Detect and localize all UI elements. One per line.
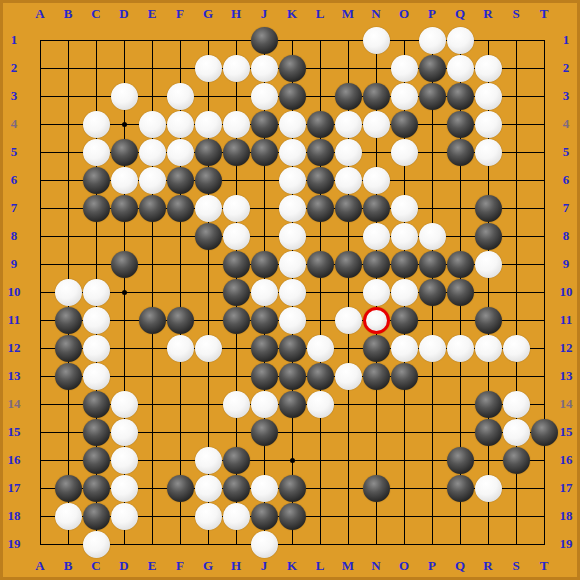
stone-black-o9[interactable] [391, 251, 418, 278]
stone-black-m9[interactable] [335, 251, 362, 278]
stone-black-h10[interactable] [223, 279, 250, 306]
stone-white-c19[interactable] [83, 531, 110, 558]
stone-black-l9[interactable] [307, 251, 334, 278]
stone-white-c11[interactable] [83, 307, 110, 334]
stone-black-f17[interactable] [167, 475, 194, 502]
stone-white-c5[interactable] [83, 139, 110, 166]
stone-white-g17[interactable] [195, 475, 222, 502]
stone-black-b12[interactable] [55, 335, 82, 362]
stone-layer [26, 26, 558, 558]
stone-white-f5[interactable] [167, 139, 194, 166]
row-label-1: 1 [0, 26, 28, 54]
stone-black-c6[interactable] [83, 167, 110, 194]
stone-black-f7[interactable] [167, 195, 194, 222]
stone-black-p10[interactable] [419, 279, 446, 306]
row-label-4: 4 [0, 110, 28, 138]
stone-black-l13[interactable] [307, 363, 334, 390]
stone-white-j10[interactable] [251, 279, 278, 306]
stone-white-o3[interactable] [391, 83, 418, 110]
column-label-d: D [110, 0, 138, 28]
stone-white-n10[interactable] [363, 279, 390, 306]
stone-black-n13[interactable] [363, 363, 390, 390]
stone-white-k11[interactable] [279, 307, 306, 334]
stone-white-e4[interactable] [139, 111, 166, 138]
stone-white-d15[interactable] [111, 419, 138, 446]
stone-white-n1[interactable] [363, 27, 390, 54]
stone-white-o10[interactable] [391, 279, 418, 306]
row-label-12: 12 [0, 334, 28, 362]
stone-white-q12[interactable] [447, 335, 474, 362]
stone-black-n3[interactable] [363, 83, 390, 110]
stone-white-c4[interactable] [83, 111, 110, 138]
stone-white-j2[interactable] [251, 55, 278, 82]
stone-white-r17[interactable] [475, 475, 502, 502]
column-label-t: T [530, 0, 558, 28]
stone-white-k5[interactable] [279, 139, 306, 166]
column-label-e: E [138, 0, 166, 28]
stone-black-q10[interactable] [447, 279, 474, 306]
stone-white-d18[interactable] [111, 503, 138, 530]
stone-white-l14[interactable] [307, 391, 334, 418]
stone-white-g16[interactable] [195, 447, 222, 474]
stone-black-e11[interactable] [139, 307, 166, 334]
stone-black-m3[interactable] [335, 83, 362, 110]
stone-white-k9[interactable] [279, 251, 306, 278]
stone-black-p2[interactable] [419, 55, 446, 82]
stone-black-k14[interactable] [279, 391, 306, 418]
stone-black-p9[interactable] [419, 251, 446, 278]
stone-black-h9[interactable] [223, 251, 250, 278]
stone-black-q4[interactable] [447, 111, 474, 138]
stone-black-l6[interactable] [307, 167, 334, 194]
stone-black-g5[interactable] [195, 139, 222, 166]
stone-black-o4[interactable] [391, 111, 418, 138]
column-labels-top: ABCDEFGHJKLMNOPQRST [26, 0, 558, 28]
stone-black-b13[interactable] [55, 363, 82, 390]
row-label-16: 16 [0, 446, 28, 474]
stone-white-c10[interactable] [83, 279, 110, 306]
stone-black-n17[interactable] [363, 475, 390, 502]
stone-black-k2[interactable] [279, 55, 306, 82]
stone-black-k17[interactable] [279, 475, 306, 502]
row-label-9: 9 [0, 250, 28, 278]
stone-black-c14[interactable] [83, 391, 110, 418]
stone-black-r15[interactable] [475, 419, 502, 446]
stone-white-j19[interactable] [251, 531, 278, 558]
row-label-13: 13 [0, 362, 28, 390]
column-label-m: M [334, 0, 362, 28]
stone-white-l12[interactable] [307, 335, 334, 362]
stone-black-s16[interactable] [503, 447, 530, 474]
stone-black-j18[interactable] [251, 503, 278, 530]
stone-black-k18[interactable] [279, 503, 306, 530]
row-label-8: 8 [0, 222, 28, 250]
stone-black-l5[interactable] [307, 139, 334, 166]
column-label-a: A [26, 0, 54, 28]
stone-white-n4[interactable] [363, 111, 390, 138]
stone-white-h2[interactable] [223, 55, 250, 82]
stone-black-n12[interactable] [363, 335, 390, 362]
stone-white-s12[interactable] [503, 335, 530, 362]
stone-white-o5[interactable] [391, 139, 418, 166]
stone-white-k4[interactable] [279, 111, 306, 138]
stone-white-m5[interactable] [335, 139, 362, 166]
stone-white-f4[interactable] [167, 111, 194, 138]
stone-black-l4[interactable] [307, 111, 334, 138]
stone-white-h4[interactable] [223, 111, 250, 138]
stone-white-g2[interactable] [195, 55, 222, 82]
stone-white-k8[interactable] [279, 223, 306, 250]
stone-white-p1[interactable] [419, 27, 446, 54]
row-label-17: 17 [0, 474, 28, 502]
stone-white-r5[interactable] [475, 139, 502, 166]
stone-black-j11[interactable] [251, 307, 278, 334]
row-labels-left: 12345678910111213141516171819 [0, 26, 28, 558]
stone-white-b10[interactable] [55, 279, 82, 306]
stone-white-m13[interactable] [335, 363, 362, 390]
stone-white-r3[interactable] [475, 83, 502, 110]
stone-white-n6[interactable] [363, 167, 390, 194]
stone-white-h7[interactable] [223, 195, 250, 222]
stone-black-k13[interactable] [279, 363, 306, 390]
stone-white-s15[interactable] [503, 419, 530, 446]
stone-black-k12[interactable] [279, 335, 306, 362]
row-label-19: 19 [0, 530, 28, 558]
stone-black-c16[interactable] [83, 447, 110, 474]
column-label-l: L [306, 0, 334, 28]
row-label-6: 6 [0, 166, 28, 194]
stone-white-d3[interactable] [111, 83, 138, 110]
row-label-5: 5 [0, 138, 28, 166]
row-label-3: 3 [0, 82, 28, 110]
row-label-7: 7 [0, 194, 28, 222]
stone-white-o8[interactable] [391, 223, 418, 250]
row-label-18: 18 [0, 502, 28, 530]
stone-white-k10[interactable] [279, 279, 306, 306]
stone-white-h18[interactable] [223, 503, 250, 530]
stone-white-j17[interactable] [251, 475, 278, 502]
column-label-f: F [166, 0, 194, 28]
column-label-b: B [54, 0, 82, 28]
column-label-p: P [418, 0, 446, 28]
stone-white-r9[interactable] [475, 251, 502, 278]
stone-black-f6[interactable] [167, 167, 194, 194]
go-board[interactable]: ABCDEFGHJKLMNOPQRST ABCDEFGHJKLMNOPQRST … [3, 3, 577, 577]
stone-white-m4[interactable] [335, 111, 362, 138]
stone-white-g4[interactable] [195, 111, 222, 138]
stone-white-q1[interactable] [447, 27, 474, 54]
stone-white-d16[interactable] [111, 447, 138, 474]
stone-black-j12[interactable] [251, 335, 278, 362]
stone-black-q16[interactable] [447, 447, 474, 474]
stone-black-r7[interactable] [475, 195, 502, 222]
stone-black-b17[interactable] [55, 475, 82, 502]
stone-black-h17[interactable] [223, 475, 250, 502]
stone-white-j3[interactable] [251, 83, 278, 110]
stone-black-o13[interactable] [391, 363, 418, 390]
stone-black-g6[interactable] [195, 167, 222, 194]
stone-white-r4[interactable] [475, 111, 502, 138]
stone-white-f12[interactable] [167, 335, 194, 362]
stone-white-k6[interactable] [279, 167, 306, 194]
column-label-q: Q [446, 0, 474, 28]
column-label-n: N [362, 0, 390, 28]
stone-white-h14[interactable] [223, 391, 250, 418]
stone-white-o2[interactable] [391, 55, 418, 82]
stone-black-l7[interactable] [307, 195, 334, 222]
stone-white-q2[interactable] [447, 55, 474, 82]
column-label-r: R [474, 0, 502, 28]
row-label-11: 11 [0, 306, 28, 334]
stone-black-j9[interactable] [251, 251, 278, 278]
row-label-10: 10 [0, 278, 28, 306]
stone-white-o12[interactable] [391, 335, 418, 362]
row-label-14: 14 [0, 390, 28, 418]
stone-black-h5[interactable] [223, 139, 250, 166]
stone-white-e5[interactable] [139, 139, 166, 166]
stone-black-g8[interactable] [195, 223, 222, 250]
stone-white-s14[interactable] [503, 391, 530, 418]
stone-white-j14[interactable] [251, 391, 278, 418]
stone-black-r14[interactable] [475, 391, 502, 418]
stone-white-k7[interactable] [279, 195, 306, 222]
stone-black-t15[interactable] [531, 419, 558, 446]
stone-black-b11[interactable] [55, 307, 82, 334]
stone-white-o7[interactable] [391, 195, 418, 222]
stone-black-r8[interactable] [475, 223, 502, 250]
column-label-k: K [278, 0, 306, 28]
row-label-15: 15 [0, 418, 28, 446]
stone-black-d5[interactable] [111, 139, 138, 166]
column-label-c: C [82, 0, 110, 28]
stone-black-c17[interactable] [83, 475, 110, 502]
stone-white-c13[interactable] [83, 363, 110, 390]
stone-black-j1[interactable] [251, 27, 278, 54]
row-label-2: 2 [0, 54, 28, 82]
stone-black-n9[interactable] [363, 251, 390, 278]
stone-white-p12[interactable] [419, 335, 446, 362]
stone-black-f11[interactable] [167, 307, 194, 334]
stone-black-c18[interactable] [83, 503, 110, 530]
stone-white-n8[interactable] [363, 223, 390, 250]
stone-white-g7[interactable] [195, 195, 222, 222]
stone-black-o11[interactable] [391, 307, 418, 334]
stone-white-d14[interactable] [111, 391, 138, 418]
stone-black-r11[interactable] [475, 307, 502, 334]
stone-black-p3[interactable] [419, 83, 446, 110]
stone-black-j15[interactable] [251, 419, 278, 446]
stone-white-g18[interactable] [195, 503, 222, 530]
stone-white-r2[interactable] [475, 55, 502, 82]
stone-black-k3[interactable] [279, 83, 306, 110]
stone-black-h16[interactable] [223, 447, 250, 474]
stone-white-c12[interactable] [83, 335, 110, 362]
stone-white-e6[interactable] [139, 167, 166, 194]
stone-black-q9[interactable] [447, 251, 474, 278]
stone-white-f3[interactable] [167, 83, 194, 110]
stone-black-e7[interactable] [139, 195, 166, 222]
stone-black-q5[interactable] [447, 139, 474, 166]
stone-black-d9[interactable] [111, 251, 138, 278]
stone-white-marked-n11[interactable] [363, 307, 390, 334]
stone-black-q17[interactable] [447, 475, 474, 502]
stone-black-c15[interactable] [83, 419, 110, 446]
stone-black-j4[interactable] [251, 111, 278, 138]
stone-black-m7[interactable] [335, 195, 362, 222]
stone-white-h8[interactable] [223, 223, 250, 250]
column-label-o: O [390, 0, 418, 28]
stone-black-h11[interactable] [223, 307, 250, 334]
stone-black-j5[interactable] [251, 139, 278, 166]
stone-white-d17[interactable] [111, 475, 138, 502]
stone-white-m11[interactable] [335, 307, 362, 334]
stone-black-j13[interactable] [251, 363, 278, 390]
stone-white-d6[interactable] [111, 167, 138, 194]
column-label-g: G [194, 0, 222, 28]
stone-white-p8[interactable] [419, 223, 446, 250]
column-label-j: J [250, 0, 278, 28]
column-label-s: S [502, 0, 530, 28]
go-board-frame: ABCDEFGHJKLMNOPQRST ABCDEFGHJKLMNOPQRST … [0, 0, 580, 580]
stone-white-r12[interactable] [475, 335, 502, 362]
stone-black-d7[interactable] [111, 195, 138, 222]
stone-white-b18[interactable] [55, 503, 82, 530]
stone-white-m6[interactable] [335, 167, 362, 194]
stone-black-q3[interactable] [447, 83, 474, 110]
stone-white-g12[interactable] [195, 335, 222, 362]
stone-black-c7[interactable] [83, 195, 110, 222]
stone-black-n7[interactable] [363, 195, 390, 222]
column-label-h: H [222, 0, 250, 28]
